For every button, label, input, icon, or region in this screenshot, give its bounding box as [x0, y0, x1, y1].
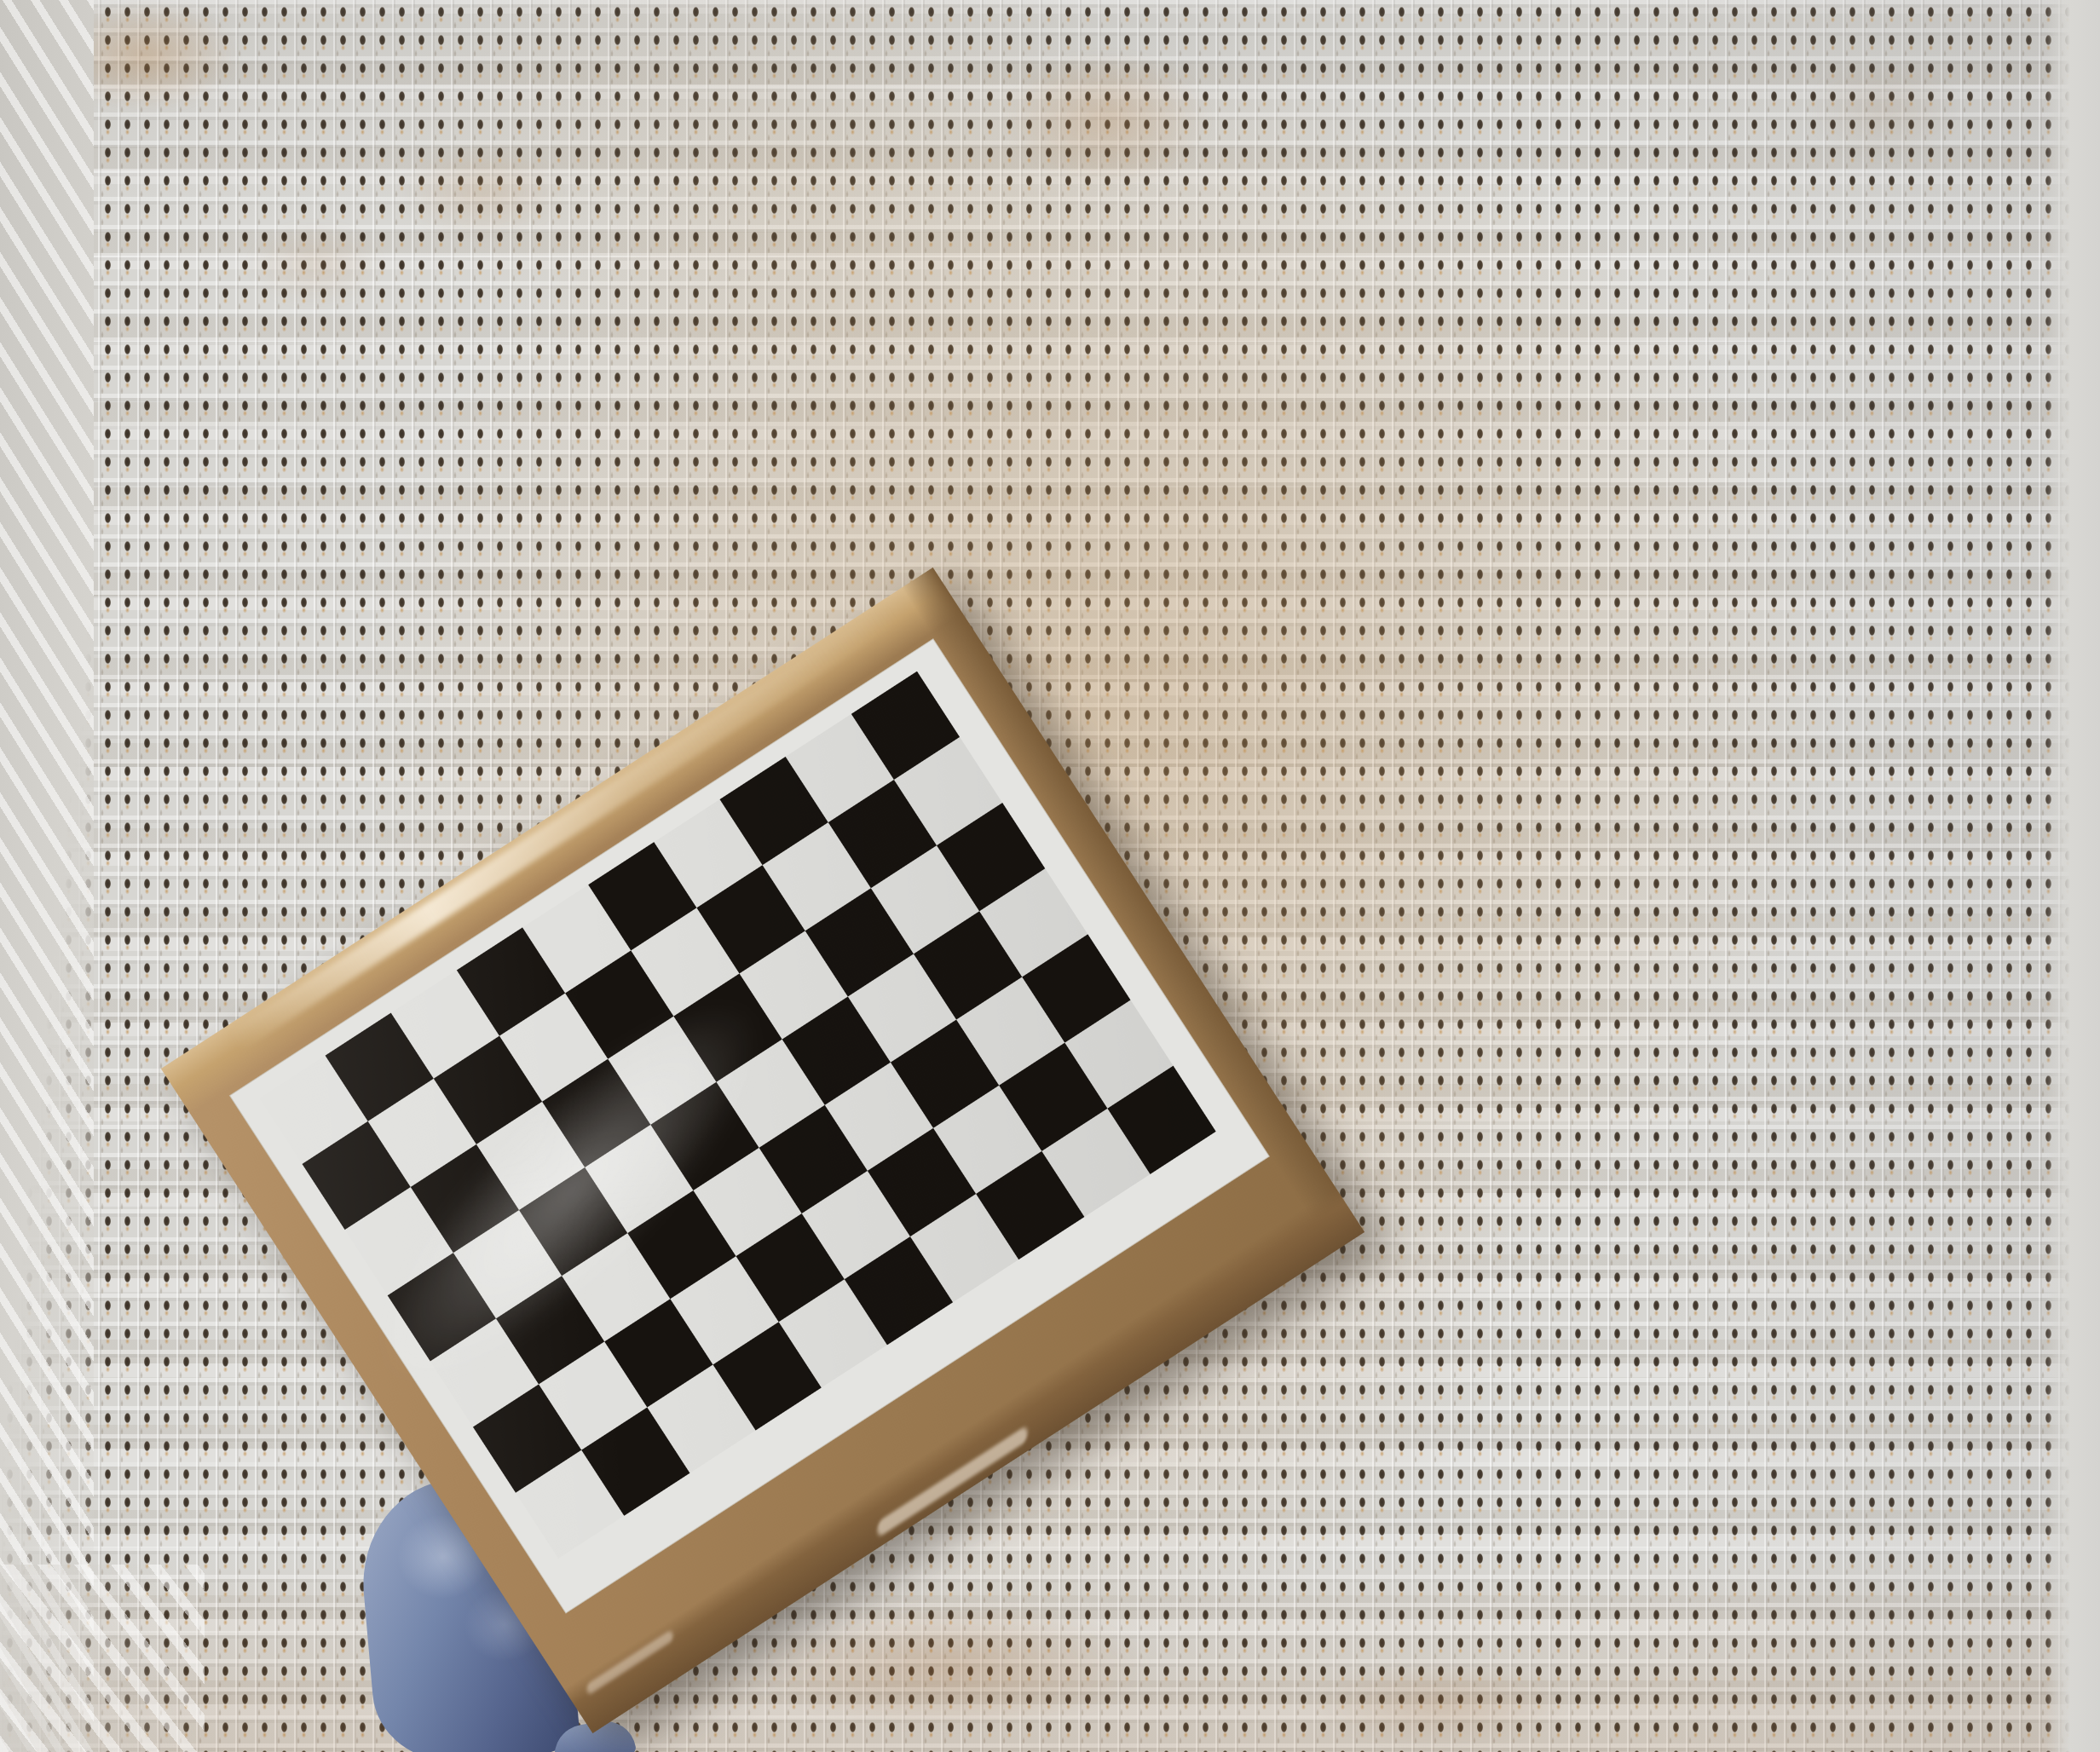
photo-stage [0, 0, 2100, 1752]
